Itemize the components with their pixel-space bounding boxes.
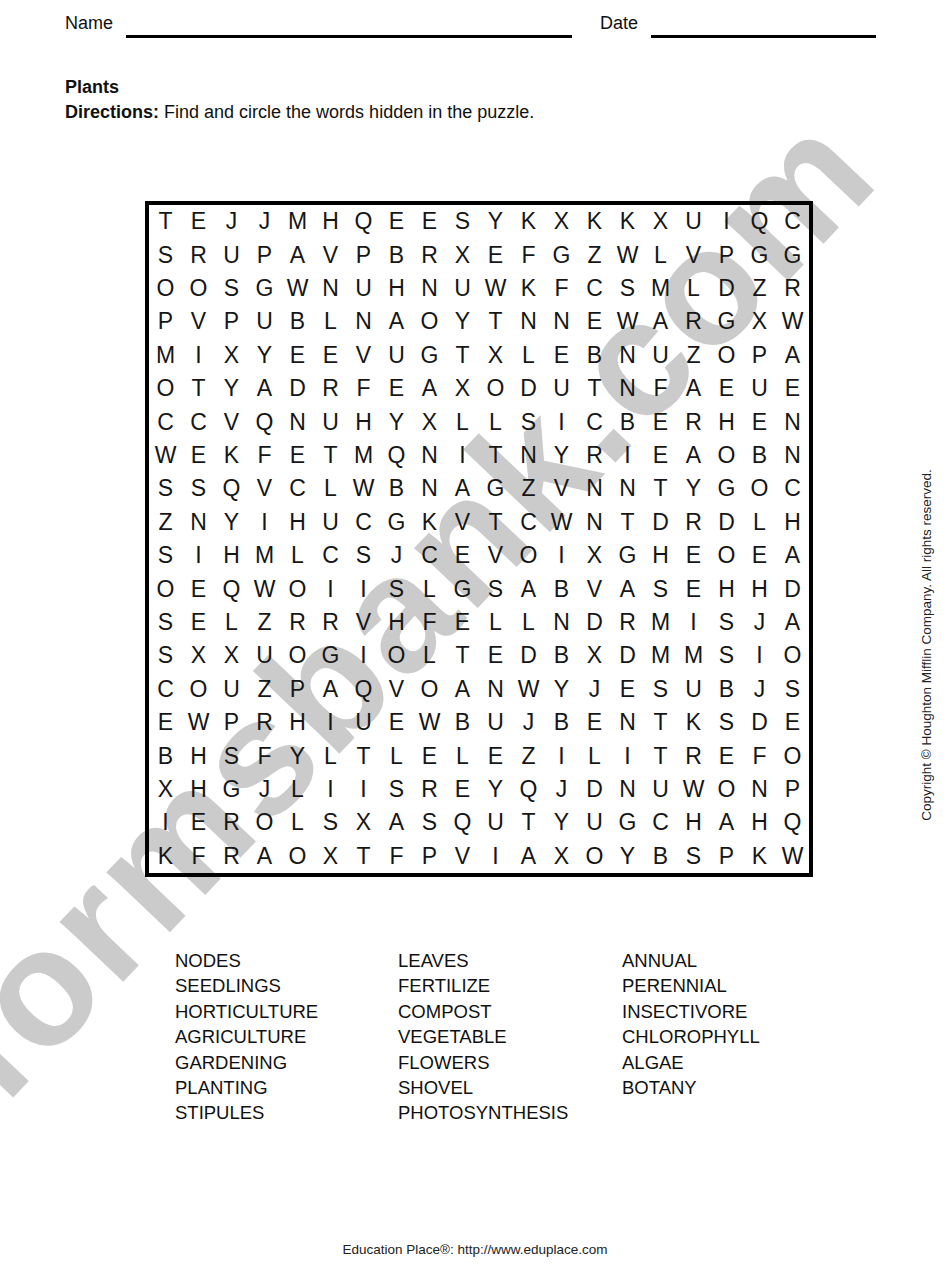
grid-cell[interactable]: D bbox=[512, 639, 545, 672]
grid-cell[interactable]: N bbox=[281, 405, 314, 438]
grid-cell[interactable]: N bbox=[545, 305, 578, 338]
grid-cell[interactable]: V bbox=[347, 606, 380, 639]
grid-cell[interactable]: D bbox=[281, 372, 314, 405]
grid-cell[interactable]: F bbox=[248, 439, 281, 472]
grid-cell[interactable]: H bbox=[710, 405, 743, 438]
grid-cell[interactable]: R bbox=[314, 372, 347, 405]
grid-cell[interactable]: W bbox=[611, 238, 644, 271]
grid-cell[interactable]: U bbox=[380, 339, 413, 372]
grid-cell[interactable]: C bbox=[314, 539, 347, 572]
grid-cell[interactable]: Y bbox=[380, 405, 413, 438]
grid-cell[interactable]: N bbox=[479, 673, 512, 706]
grid-cell[interactable]: C bbox=[578, 405, 611, 438]
grid-cell[interactable]: R bbox=[677, 405, 710, 438]
grid-cell[interactable]: C bbox=[182, 405, 215, 438]
grid-cell[interactable]: D bbox=[578, 606, 611, 639]
grid-cell[interactable]: S bbox=[347, 539, 380, 572]
grid-cell[interactable]: M bbox=[644, 606, 677, 639]
grid-cell[interactable]: G bbox=[248, 272, 281, 305]
grid-cell[interactable]: G bbox=[413, 339, 446, 372]
grid-cell[interactable]: Q bbox=[347, 205, 380, 238]
grid-cell[interactable]: R bbox=[611, 606, 644, 639]
grid-cell[interactable]: N bbox=[743, 773, 776, 806]
grid-cell[interactable]: N bbox=[314, 272, 347, 305]
grid-cell[interactable]: E bbox=[677, 572, 710, 605]
grid-cell[interactable]: Q bbox=[512, 773, 545, 806]
grid-cell[interactable]: D bbox=[710, 272, 743, 305]
grid-cell[interactable]: S bbox=[149, 472, 182, 505]
grid-cell[interactable]: P bbox=[710, 840, 743, 873]
grid-cell[interactable]: J bbox=[545, 773, 578, 806]
grid-cell[interactable]: H bbox=[710, 572, 743, 605]
grid-cell[interactable]: C bbox=[413, 539, 446, 572]
grid-cell[interactable]: A bbox=[776, 339, 809, 372]
grid-cell[interactable]: G bbox=[611, 539, 644, 572]
grid-cell[interactable]: H bbox=[644, 539, 677, 572]
grid-cell[interactable]: U bbox=[248, 305, 281, 338]
grid-cell[interactable]: L bbox=[380, 739, 413, 772]
grid-cell[interactable]: A bbox=[314, 673, 347, 706]
grid-cell[interactable]: L bbox=[578, 739, 611, 772]
grid-cell[interactable]: S bbox=[710, 706, 743, 739]
grid-cell[interactable]: B bbox=[380, 238, 413, 271]
grid-cell[interactable]: V bbox=[314, 238, 347, 271]
grid-cell[interactable]: S bbox=[380, 572, 413, 605]
grid-cell[interactable]: V bbox=[347, 339, 380, 372]
grid-cell[interactable]: O bbox=[182, 272, 215, 305]
grid-cell[interactable]: I bbox=[248, 506, 281, 539]
grid-cell[interactable]: H bbox=[776, 506, 809, 539]
grid-cell[interactable]: F bbox=[743, 739, 776, 772]
grid-cell[interactable]: S bbox=[149, 238, 182, 271]
grid-cell[interactable]: X bbox=[578, 539, 611, 572]
grid-cell[interactable]: N bbox=[182, 506, 215, 539]
grid-cell[interactable]: S bbox=[710, 639, 743, 672]
grid-cell[interactable]: K bbox=[743, 840, 776, 873]
grid-cell[interactable]: N bbox=[578, 472, 611, 505]
grid-cell[interactable]: L bbox=[479, 606, 512, 639]
grid-cell[interactable]: R bbox=[776, 272, 809, 305]
grid-cell[interactable]: I bbox=[611, 439, 644, 472]
grid-cell[interactable]: O bbox=[380, 639, 413, 672]
grid-cell[interactable]: X bbox=[446, 238, 479, 271]
grid-cell[interactable]: Q bbox=[248, 405, 281, 438]
grid-cell[interactable]: Q bbox=[776, 806, 809, 839]
grid-cell[interactable]: B bbox=[743, 439, 776, 472]
grid-cell[interactable]: U bbox=[479, 706, 512, 739]
grid-cell[interactable]: A bbox=[644, 305, 677, 338]
grid-cell[interactable]: M bbox=[281, 205, 314, 238]
grid-cell[interactable]: L bbox=[743, 506, 776, 539]
grid-cell[interactable]: F bbox=[644, 372, 677, 405]
grid-cell[interactable]: P bbox=[776, 773, 809, 806]
grid-cell[interactable]: E bbox=[578, 305, 611, 338]
grid-cell[interactable]: I bbox=[347, 773, 380, 806]
grid-cell[interactable]: J bbox=[743, 673, 776, 706]
grid-cell[interactable]: Z bbox=[578, 238, 611, 271]
grid-cell[interactable]: I bbox=[710, 205, 743, 238]
grid-cell[interactable]: D bbox=[578, 773, 611, 806]
grid-cell[interactable]: M bbox=[644, 639, 677, 672]
grid-cell[interactable]: O bbox=[182, 673, 215, 706]
grid-cell[interactable]: B bbox=[578, 339, 611, 372]
grid-cell[interactable]: E bbox=[710, 739, 743, 772]
grid-cell[interactable]: W bbox=[281, 272, 314, 305]
grid-cell[interactable]: S bbox=[215, 272, 248, 305]
grid-cell[interactable]: Q bbox=[743, 205, 776, 238]
grid-cell[interactable]: V bbox=[446, 506, 479, 539]
grid-cell[interactable]: B bbox=[545, 706, 578, 739]
grid-cell[interactable]: L bbox=[512, 606, 545, 639]
grid-cell[interactable]: U bbox=[248, 639, 281, 672]
grid-cell[interactable]: I bbox=[149, 806, 182, 839]
grid-cell[interactable]: U bbox=[743, 372, 776, 405]
grid-cell[interactable]: O bbox=[281, 639, 314, 672]
grid-cell[interactable]: F bbox=[380, 840, 413, 873]
grid-cell[interactable]: B bbox=[644, 840, 677, 873]
grid-cell[interactable]: Z bbox=[512, 739, 545, 772]
grid-cell[interactable]: T bbox=[446, 339, 479, 372]
grid-cell[interactable]: T bbox=[611, 506, 644, 539]
grid-cell[interactable]: R bbox=[578, 439, 611, 472]
grid-cell[interactable]: E bbox=[644, 405, 677, 438]
grid-cell[interactable]: Y bbox=[545, 673, 578, 706]
grid-cell[interactable]: L bbox=[512, 339, 545, 372]
grid-cell[interactable]: I bbox=[545, 539, 578, 572]
grid-cell[interactable]: M bbox=[347, 439, 380, 472]
grid-cell[interactable]: I bbox=[677, 606, 710, 639]
grid-cell[interactable]: E bbox=[413, 205, 446, 238]
grid-cell[interactable]: R bbox=[677, 506, 710, 539]
grid-cell[interactable]: G bbox=[380, 506, 413, 539]
grid-cell[interactable]: C bbox=[512, 506, 545, 539]
grid-cell[interactable]: E bbox=[446, 539, 479, 572]
grid-cell[interactable]: X bbox=[149, 773, 182, 806]
grid-cell[interactable]: M bbox=[644, 272, 677, 305]
grid-cell[interactable]: X bbox=[578, 639, 611, 672]
grid-cell[interactable]: A bbox=[413, 372, 446, 405]
grid-cell[interactable]: T bbox=[644, 472, 677, 505]
grid-cell[interactable]: S bbox=[182, 472, 215, 505]
grid-cell[interactable]: D bbox=[743, 706, 776, 739]
grid-cell[interactable]: G bbox=[776, 238, 809, 271]
grid-cell[interactable]: L bbox=[413, 572, 446, 605]
grid-cell[interactable]: R bbox=[314, 606, 347, 639]
grid-cell[interactable]: A bbox=[281, 238, 314, 271]
grid-cell[interactable]: W bbox=[413, 706, 446, 739]
grid-cell[interactable]: O bbox=[248, 806, 281, 839]
grid-cell[interactable]: X bbox=[644, 205, 677, 238]
grid-cell[interactable]: N bbox=[611, 472, 644, 505]
grid-cell[interactable]: H bbox=[314, 205, 347, 238]
grid-cell[interactable]: K bbox=[413, 506, 446, 539]
grid-cell[interactable]: V bbox=[248, 472, 281, 505]
grid-cell[interactable]: P bbox=[281, 673, 314, 706]
grid-cell[interactable]: R bbox=[413, 773, 446, 806]
grid-cell[interactable]: W bbox=[677, 773, 710, 806]
grid-cell[interactable]: S bbox=[446, 205, 479, 238]
grid-cell[interactable]: B bbox=[710, 673, 743, 706]
grid-cell[interactable]: O bbox=[149, 572, 182, 605]
grid-cell[interactable]: A bbox=[677, 439, 710, 472]
grid-cell[interactable]: S bbox=[479, 572, 512, 605]
grid-cell[interactable]: D bbox=[710, 506, 743, 539]
grid-cell[interactable]: Y bbox=[677, 472, 710, 505]
grid-cell[interactable]: A bbox=[446, 472, 479, 505]
grid-cell[interactable]: O bbox=[149, 372, 182, 405]
name-input-line[interactable] bbox=[126, 11, 572, 38]
grid-cell[interactable]: V bbox=[215, 405, 248, 438]
grid-cell[interactable]: Z bbox=[248, 673, 281, 706]
grid-cell[interactable]: T bbox=[644, 739, 677, 772]
grid-cell[interactable]: R bbox=[248, 706, 281, 739]
grid-cell[interactable]: X bbox=[545, 205, 578, 238]
grid-cell[interactable]: E bbox=[281, 439, 314, 472]
grid-cell[interactable]: E bbox=[314, 339, 347, 372]
grid-cell[interactable]: P bbox=[149, 305, 182, 338]
grid-cell[interactable]: O bbox=[710, 539, 743, 572]
grid-cell[interactable]: M bbox=[149, 339, 182, 372]
grid-cell[interactable]: Y bbox=[545, 806, 578, 839]
grid-cell[interactable]: S bbox=[611, 272, 644, 305]
grid-cell[interactable]: V bbox=[545, 472, 578, 505]
grid-cell[interactable]: A bbox=[512, 840, 545, 873]
grid-cell[interactable]: R bbox=[677, 305, 710, 338]
grid-cell[interactable]: E bbox=[743, 405, 776, 438]
grid-cell[interactable]: L bbox=[314, 739, 347, 772]
grid-cell[interactable]: O bbox=[710, 439, 743, 472]
grid-cell[interactable]: U bbox=[479, 806, 512, 839]
grid-cell[interactable]: B bbox=[446, 706, 479, 739]
grid-cell[interactable]: B bbox=[281, 305, 314, 338]
grid-cell[interactable]: Y bbox=[446, 305, 479, 338]
grid-cell[interactable]: X bbox=[446, 372, 479, 405]
grid-cell[interactable]: U bbox=[314, 405, 347, 438]
grid-cell[interactable]: A bbox=[248, 840, 281, 873]
grid-cell[interactable]: H bbox=[380, 606, 413, 639]
grid-cell[interactable]: J bbox=[512, 706, 545, 739]
grid-cell[interactable]: E bbox=[479, 639, 512, 672]
grid-cell[interactable]: G bbox=[743, 238, 776, 271]
grid-cell[interactable]: E bbox=[182, 806, 215, 839]
grid-cell[interactable]: N bbox=[545, 606, 578, 639]
grid-cell[interactable]: A bbox=[776, 539, 809, 572]
grid-cell[interactable]: Y bbox=[215, 372, 248, 405]
grid-cell[interactable]: O bbox=[479, 372, 512, 405]
grid-cell[interactable]: C bbox=[776, 472, 809, 505]
grid-cell[interactable]: Z bbox=[248, 606, 281, 639]
grid-cell[interactable]: E bbox=[182, 572, 215, 605]
grid-cell[interactable]: X bbox=[413, 405, 446, 438]
grid-cell[interactable]: F bbox=[182, 840, 215, 873]
grid-cell[interactable]: E bbox=[611, 673, 644, 706]
grid-cell[interactable]: L bbox=[413, 639, 446, 672]
grid-cell[interactable]: C bbox=[347, 506, 380, 539]
grid-cell[interactable]: J bbox=[248, 205, 281, 238]
grid-cell[interactable]: P bbox=[413, 840, 446, 873]
grid-cell[interactable]: N bbox=[611, 706, 644, 739]
grid-cell[interactable]: E bbox=[776, 372, 809, 405]
grid-cell[interactable]: T bbox=[347, 840, 380, 873]
grid-cell[interactable]: G bbox=[446, 572, 479, 605]
grid-cell[interactable]: X bbox=[743, 305, 776, 338]
grid-cell[interactable]: X bbox=[182, 639, 215, 672]
grid-cell[interactable]: E bbox=[578, 706, 611, 739]
grid-cell[interactable]: A bbox=[611, 572, 644, 605]
grid-cell[interactable]: U bbox=[347, 272, 380, 305]
grid-cell[interactable]: T bbox=[644, 706, 677, 739]
grid-cell[interactable]: I bbox=[446, 439, 479, 472]
grid-cell[interactable]: I bbox=[743, 639, 776, 672]
grid-cell[interactable]: T bbox=[479, 506, 512, 539]
grid-cell[interactable]: C bbox=[149, 405, 182, 438]
grid-cell[interactable]: H bbox=[743, 806, 776, 839]
grid-cell[interactable]: E bbox=[710, 372, 743, 405]
grid-cell[interactable]: P bbox=[710, 238, 743, 271]
grid-cell[interactable]: E bbox=[182, 439, 215, 472]
grid-cell[interactable]: Y bbox=[479, 773, 512, 806]
grid-cell[interactable]: E bbox=[545, 339, 578, 372]
grid-cell[interactable]: C bbox=[281, 472, 314, 505]
grid-cell[interactable]: W bbox=[776, 840, 809, 873]
grid-cell[interactable]: S bbox=[512, 405, 545, 438]
grid-cell[interactable]: B bbox=[611, 405, 644, 438]
grid-cell[interactable]: N bbox=[578, 506, 611, 539]
grid-cell[interactable]: I bbox=[479, 840, 512, 873]
grid-cell[interactable]: M bbox=[248, 539, 281, 572]
grid-cell[interactable]: O bbox=[281, 572, 314, 605]
grid-cell[interactable]: U bbox=[644, 773, 677, 806]
grid-cell[interactable]: Z bbox=[512, 472, 545, 505]
grid-cell[interactable]: M bbox=[677, 639, 710, 672]
grid-cell[interactable]: H bbox=[182, 739, 215, 772]
grid-cell[interactable]: W bbox=[479, 272, 512, 305]
grid-cell[interactable]: I bbox=[611, 739, 644, 772]
grid-cell[interactable]: N bbox=[413, 439, 446, 472]
grid-cell[interactable]: N bbox=[413, 272, 446, 305]
grid-cell[interactable]: R bbox=[281, 606, 314, 639]
grid-cell[interactable]: E bbox=[149, 706, 182, 739]
grid-cell[interactable]: G bbox=[545, 238, 578, 271]
grid-cell[interactable]: O bbox=[413, 673, 446, 706]
grid-cell[interactable]: R bbox=[413, 238, 446, 271]
grid-cell[interactable]: T bbox=[479, 439, 512, 472]
grid-cell[interactable]: E bbox=[446, 606, 479, 639]
grid-cell[interactable]: E bbox=[479, 739, 512, 772]
grid-cell[interactable]: Y bbox=[281, 739, 314, 772]
grid-cell[interactable]: S bbox=[314, 806, 347, 839]
grid-cell[interactable]: X bbox=[479, 339, 512, 372]
grid-cell[interactable]: N bbox=[611, 339, 644, 372]
grid-cell[interactable]: T bbox=[182, 372, 215, 405]
grid-cell[interactable]: E bbox=[479, 238, 512, 271]
grid-cell[interactable]: H bbox=[380, 272, 413, 305]
grid-cell[interactable]: F bbox=[545, 272, 578, 305]
grid-cell[interactable]: I bbox=[182, 539, 215, 572]
grid-cell[interactable]: A bbox=[677, 372, 710, 405]
grid-cell[interactable]: R bbox=[182, 238, 215, 271]
grid-cell[interactable]: Z bbox=[743, 272, 776, 305]
grid-cell[interactable]: H bbox=[281, 706, 314, 739]
grid-cell[interactable]: U bbox=[578, 806, 611, 839]
grid-cell[interactable]: N bbox=[776, 439, 809, 472]
grid-cell[interactable]: O bbox=[512, 539, 545, 572]
grid-cell[interactable]: D bbox=[644, 506, 677, 539]
grid-cell[interactable]: E bbox=[446, 773, 479, 806]
grid-cell[interactable]: Q bbox=[446, 806, 479, 839]
grid-cell[interactable]: R bbox=[677, 739, 710, 772]
grid-cell[interactable]: K bbox=[677, 706, 710, 739]
grid-cell[interactable]: I bbox=[347, 572, 380, 605]
grid-cell[interactable]: D bbox=[776, 572, 809, 605]
grid-cell[interactable]: T bbox=[479, 305, 512, 338]
grid-cell[interactable]: K bbox=[512, 272, 545, 305]
grid-cell[interactable]: B bbox=[380, 472, 413, 505]
grid-cell[interactable]: G bbox=[611, 806, 644, 839]
grid-cell[interactable]: J bbox=[578, 673, 611, 706]
grid-cell[interactable]: L bbox=[215, 606, 248, 639]
grid-cell[interactable]: H bbox=[182, 773, 215, 806]
grid-cell[interactable]: Y bbox=[611, 840, 644, 873]
grid-cell[interactable]: W bbox=[611, 305, 644, 338]
grid-cell[interactable]: F bbox=[413, 606, 446, 639]
grid-cell[interactable]: N bbox=[512, 439, 545, 472]
grid-cell[interactable]: O bbox=[281, 840, 314, 873]
grid-cell[interactable]: Y bbox=[215, 506, 248, 539]
grid-cell[interactable]: D bbox=[611, 639, 644, 672]
grid-cell[interactable]: L bbox=[281, 773, 314, 806]
grid-cell[interactable]: N bbox=[611, 372, 644, 405]
grid-cell[interactable]: L bbox=[446, 405, 479, 438]
grid-cell[interactable]: S bbox=[149, 606, 182, 639]
grid-cell[interactable]: G bbox=[710, 305, 743, 338]
grid-cell[interactable]: S bbox=[215, 739, 248, 772]
grid-cell[interactable]: E bbox=[182, 606, 215, 639]
grid-cell[interactable]: N bbox=[413, 472, 446, 505]
grid-cell[interactable]: X bbox=[215, 639, 248, 672]
grid-cell[interactable]: E bbox=[776, 706, 809, 739]
grid-cell[interactable]: A bbox=[776, 606, 809, 639]
grid-cell[interactable]: X bbox=[347, 806, 380, 839]
grid-cell[interactable]: H bbox=[743, 572, 776, 605]
grid-cell[interactable]: J bbox=[380, 539, 413, 572]
grid-cell[interactable]: S bbox=[149, 639, 182, 672]
grid-cell[interactable]: A bbox=[248, 372, 281, 405]
grid-cell[interactable]: V bbox=[677, 238, 710, 271]
grid-cell[interactable]: F bbox=[347, 372, 380, 405]
grid-cell[interactable]: Q bbox=[347, 673, 380, 706]
grid-cell[interactable]: L bbox=[281, 539, 314, 572]
grid-cell[interactable]: O bbox=[776, 739, 809, 772]
grid-cell[interactable]: K bbox=[149, 840, 182, 873]
grid-cell[interactable]: I bbox=[347, 639, 380, 672]
grid-cell[interactable]: C bbox=[149, 673, 182, 706]
grid-cell[interactable]: W bbox=[545, 506, 578, 539]
grid-cell[interactable]: S bbox=[710, 606, 743, 639]
grid-cell[interactable]: U bbox=[644, 339, 677, 372]
grid-cell[interactable]: V bbox=[578, 572, 611, 605]
grid-cell[interactable]: E bbox=[281, 339, 314, 372]
grid-cell[interactable]: O bbox=[710, 773, 743, 806]
grid-cell[interactable]: A bbox=[446, 673, 479, 706]
grid-cell[interactable]: K bbox=[578, 205, 611, 238]
grid-cell[interactable]: K bbox=[611, 205, 644, 238]
grid-cell[interactable]: L bbox=[314, 305, 347, 338]
grid-cell[interactable]: S bbox=[380, 773, 413, 806]
grid-cell[interactable]: I bbox=[314, 572, 347, 605]
grid-cell[interactable]: S bbox=[413, 806, 446, 839]
grid-cell[interactable]: Y bbox=[248, 339, 281, 372]
